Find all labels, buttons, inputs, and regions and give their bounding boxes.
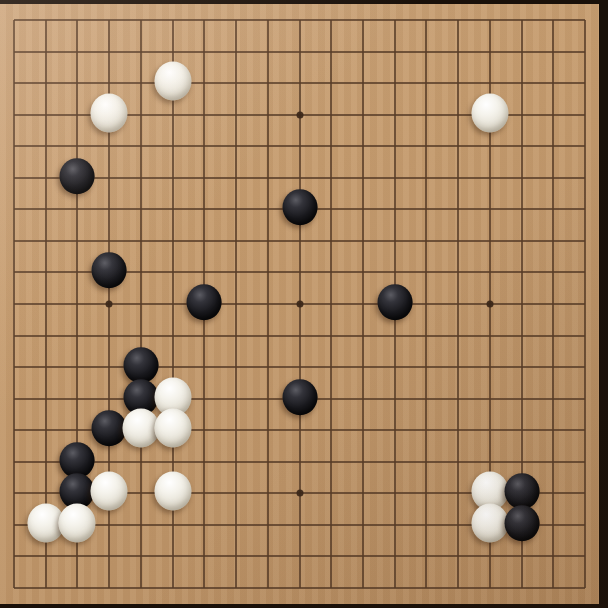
white-stone [59,503,96,542]
grid-line-vertical [584,20,586,588]
star-point [296,490,303,497]
white-stone [154,472,191,511]
grid-line-horizontal [14,555,585,557]
grid-line-horizontal [14,461,585,463]
white-stone [471,93,508,132]
grid-line-vertical [457,20,459,588]
grid-line-horizontal [14,366,585,368]
star-point [296,301,303,308]
star-point [106,301,113,308]
star-point [296,111,303,118]
grid-line-horizontal [14,335,585,337]
grid-line-horizontal [14,587,585,589]
grid-line-vertical [425,20,427,588]
white-stone [91,93,128,132]
white-stone [91,472,128,511]
black-stone [377,284,412,320]
grid-line-vertical [330,20,332,588]
grid-line-vertical [362,20,364,588]
black-stone [187,284,222,320]
go-board[interactable] [0,4,599,604]
black-stone [282,379,317,415]
white-stone [154,62,191,101]
board-grid[interactable] [14,20,585,588]
white-stone [471,503,508,542]
white-stone [154,409,191,448]
black-stone [60,158,95,194]
go-board-photo [0,0,608,608]
star-point [486,301,493,308]
black-stone [282,190,317,226]
grid-line-vertical [552,20,554,588]
black-stone [504,505,539,541]
black-stone [92,253,127,289]
